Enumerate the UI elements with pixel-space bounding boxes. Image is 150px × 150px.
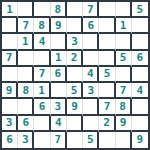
cell-r5c6[interactable]: 4 [83,67,99,83]
cell-r1c7[interactable] [99,2,115,18]
cell-r5c2[interactable] [18,67,34,83]
cell-r9c8[interactable] [116,132,132,148]
cell-r6c3[interactable]: 1 [34,83,50,99]
cell-r2c6[interactable]: 6 [83,18,99,34]
cell-r8c1[interactable]: 3 [2,116,18,132]
sudoku-board: 1875789611437125676459815374639783642963… [0,0,150,150]
cell-r4c1[interactable]: 7 [2,51,18,67]
cell-r3c7[interactable] [99,34,115,50]
cell-r1c9[interactable]: 5 [132,2,148,18]
cell-r2c2[interactable]: 7 [18,18,34,34]
cell-r5c4[interactable]: 6 [51,67,67,83]
cell-r1c3[interactable] [34,2,50,18]
cell-r9c4[interactable]: 7 [51,132,67,148]
cell-r7c9[interactable] [132,99,148,115]
cell-r6c5[interactable]: 5 [67,83,83,99]
cell-r3c6[interactable] [83,34,99,50]
cell-r3c4[interactable] [51,34,67,50]
cell-r8c9[interactable] [132,116,148,132]
cell-r6c9[interactable]: 4 [132,83,148,99]
cell-r7c4[interactable]: 3 [51,99,67,115]
cell-r8c4[interactable]: 4 [51,116,67,132]
cell-r2c7[interactable] [99,18,115,34]
cell-r2c4[interactable]: 9 [51,18,67,34]
cell-r3c1[interactable] [2,34,18,50]
cell-r4c3[interactable] [34,51,50,67]
cell-r1c1[interactable]: 1 [2,2,18,18]
cell-r8c3[interactable] [34,116,50,132]
cell-r6c4[interactable] [51,83,67,99]
cell-r2c3[interactable]: 8 [34,18,50,34]
cell-r9c7[interactable] [99,132,115,148]
cell-r1c8[interactable] [116,2,132,18]
cell-r5c9[interactable] [132,67,148,83]
cell-r1c6[interactable]: 7 [83,2,99,18]
cell-r3c5[interactable]: 3 [67,34,83,50]
cell-r8c2[interactable]: 6 [18,116,34,132]
cell-r5c3[interactable]: 7 [34,67,50,83]
cell-r4c5[interactable]: 2 [67,51,83,67]
cell-r2c9[interactable] [132,18,148,34]
cell-r3c8[interactable] [116,34,132,50]
cell-r3c9[interactable] [132,34,148,50]
cell-r5c8[interactable] [116,67,132,83]
cell-r3c3[interactable]: 4 [34,34,50,50]
cell-r4c2[interactable] [18,51,34,67]
cell-r9c6[interactable]: 5 [83,132,99,148]
cell-r4c6[interactable] [83,51,99,67]
cell-r8c5[interactable] [67,116,83,132]
cell-r6c8[interactable]: 7 [116,83,132,99]
cell-r4c7[interactable] [99,51,115,67]
cell-r7c1[interactable] [2,99,18,115]
cell-r4c8[interactable]: 5 [116,51,132,67]
cell-r8c8[interactable]: 9 [116,116,132,132]
cell-r5c7[interactable]: 5 [99,67,115,83]
cell-r4c4[interactable]: 1 [51,51,67,67]
cell-r3c2[interactable]: 1 [18,34,34,50]
cell-r9c3[interactable] [34,132,50,148]
cell-r7c7[interactable]: 7 [99,99,115,115]
cell-r6c7[interactable] [99,83,115,99]
cell-r1c2[interactable] [18,2,34,18]
cell-r9c1[interactable]: 6 [2,132,18,148]
cell-r9c5[interactable] [67,132,83,148]
cell-r1c5[interactable] [67,2,83,18]
cell-r6c2[interactable]: 8 [18,83,34,99]
cell-r9c9[interactable]: 9 [132,132,148,148]
cell-r2c5[interactable] [67,18,83,34]
cell-r2c1[interactable] [2,18,18,34]
cell-r7c5[interactable]: 9 [67,99,83,115]
cell-r8c6[interactable] [83,116,99,132]
cell-r8c7[interactable]: 2 [99,116,115,132]
cell-r7c8[interactable]: 8 [116,99,132,115]
cell-r6c1[interactable]: 9 [2,83,18,99]
cell-r5c5[interactable] [67,67,83,83]
cell-r7c2[interactable] [18,99,34,115]
cell-r7c6[interactable] [83,99,99,115]
cell-r2c8[interactable]: 1 [116,18,132,34]
cell-r1c4[interactable]: 8 [51,2,67,18]
cell-r6c6[interactable]: 3 [83,83,99,99]
cell-r5c1[interactable] [2,67,18,83]
cell-r7c3[interactable]: 6 [34,99,50,115]
cell-r4c9[interactable]: 6 [132,51,148,67]
cell-r9c2[interactable]: 3 [18,132,34,148]
